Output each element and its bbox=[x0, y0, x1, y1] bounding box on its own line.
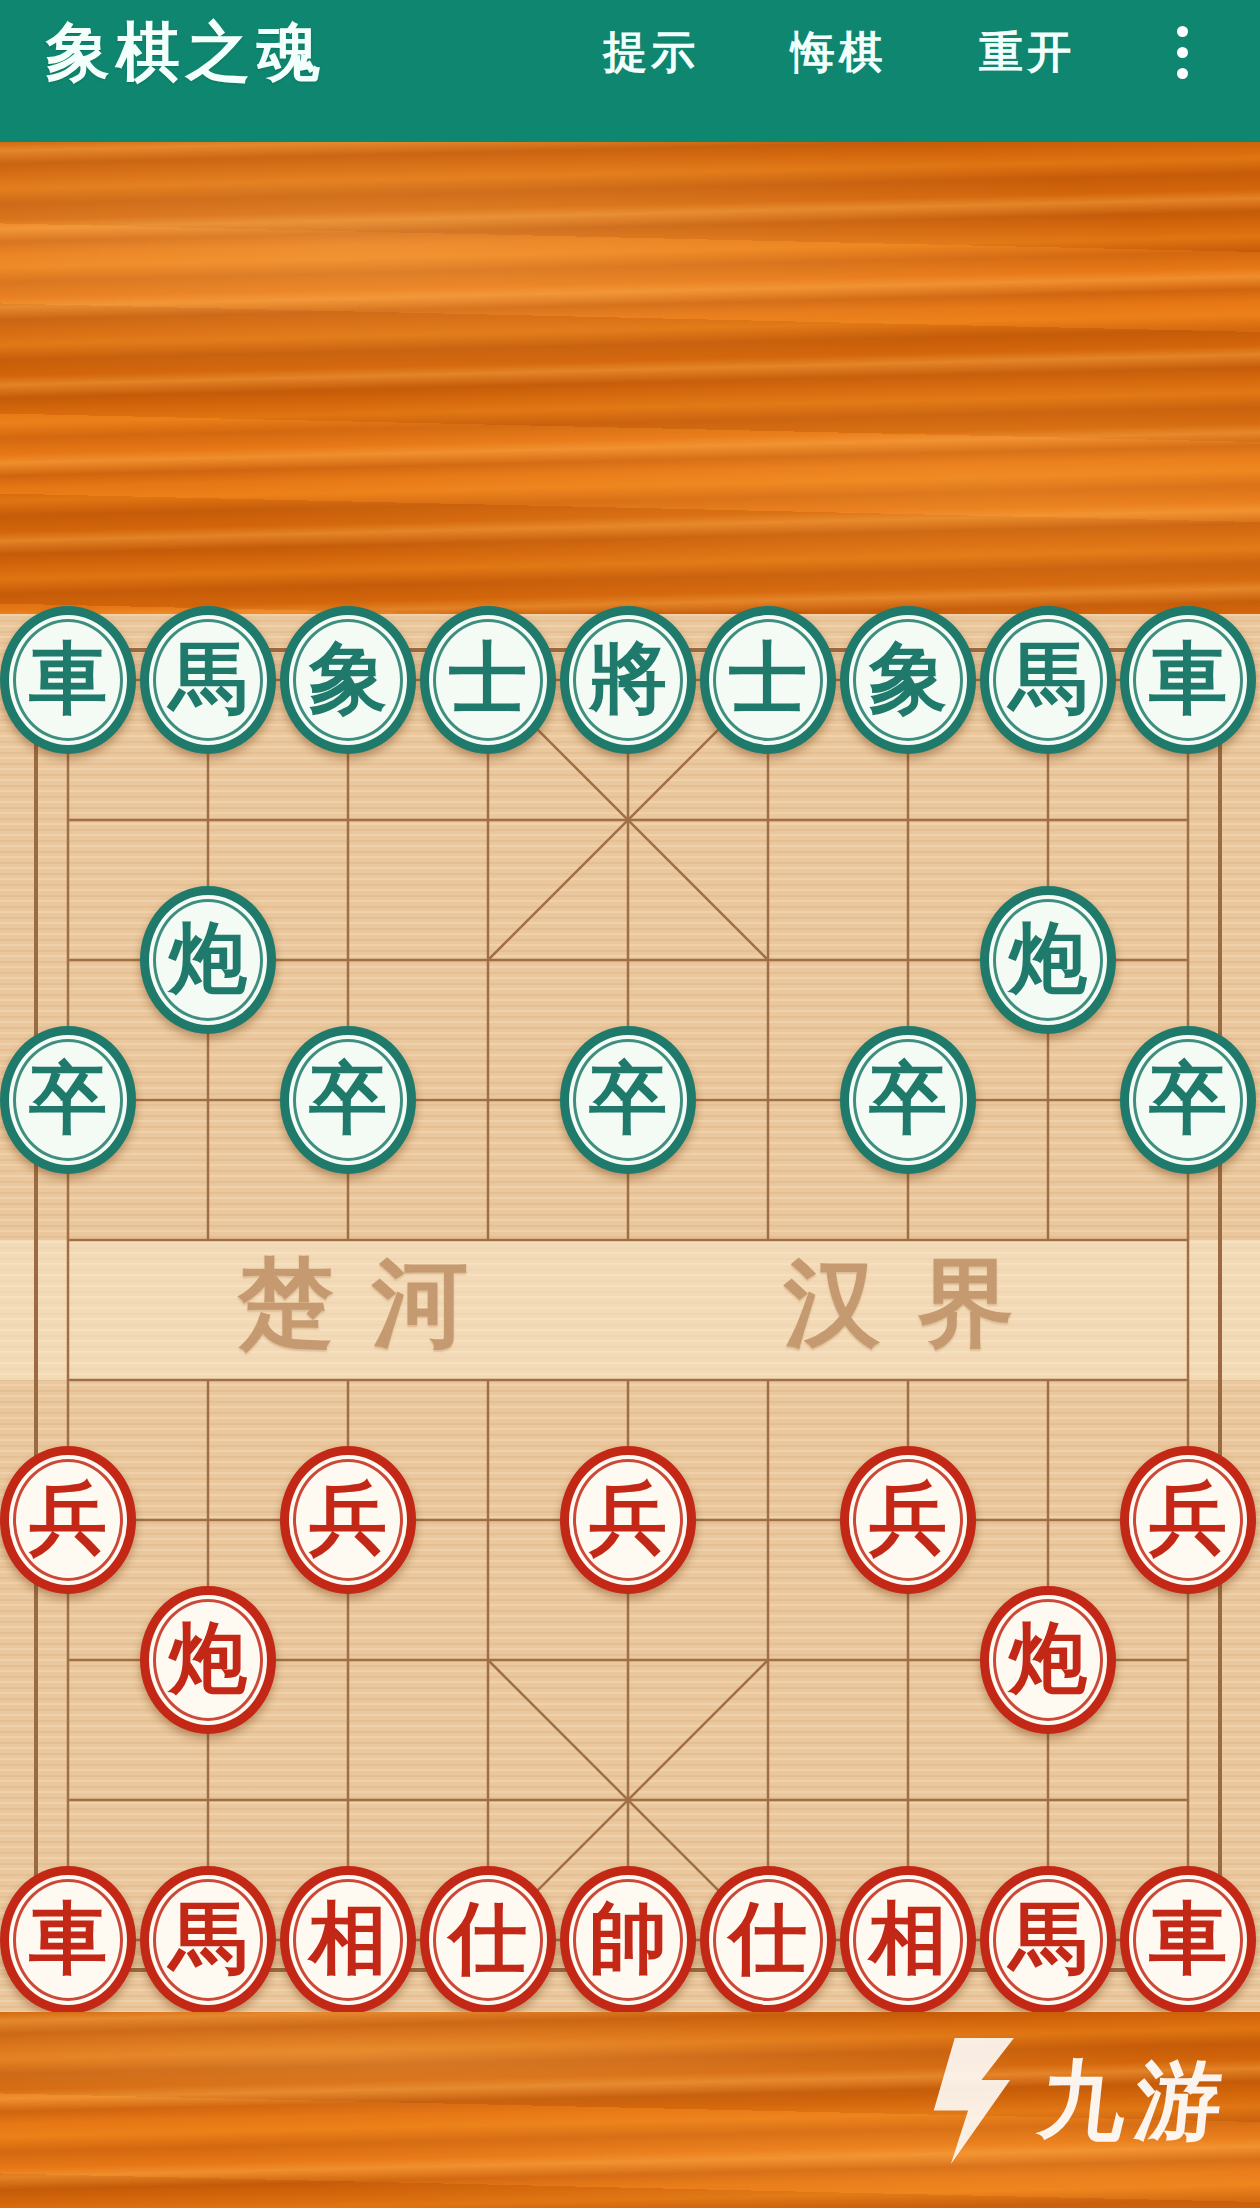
piece-glyph: 兵 bbox=[309, 1479, 387, 1557]
piece-glyph: 車 bbox=[1149, 639, 1227, 717]
piece-red-elephant[interactable]: 相 bbox=[280, 1866, 416, 2014]
piece-glyph: 炮 bbox=[1009, 919, 1087, 997]
piece-red-rook[interactable]: 車 bbox=[0, 1866, 136, 2014]
piece-glyph: 炮 bbox=[169, 919, 247, 997]
hint-button[interactable]: 提示 bbox=[603, 23, 699, 82]
watermark-text: 九游 bbox=[1034, 2043, 1238, 2160]
piece-glyph: 馬 bbox=[169, 1899, 247, 1977]
piece-glyph: 相 bbox=[309, 1899, 387, 1977]
piece-red-rook[interactable]: 車 bbox=[1120, 1866, 1256, 2014]
piece-black-advisor[interactable]: 士 bbox=[420, 606, 556, 754]
piece-black-soldier[interactable]: 卒 bbox=[1120, 1026, 1256, 1174]
piece-black-elephant[interactable]: 象 bbox=[280, 606, 416, 754]
piece-black-cannon[interactable]: 炮 bbox=[140, 886, 276, 1034]
header-actions: 提示 悔棋 重开 bbox=[603, 20, 1198, 85]
app-title: 象棋之魂 bbox=[46, 9, 326, 96]
piece-black-rook[interactable]: 車 bbox=[1120, 606, 1256, 754]
platform-watermark: 九游 bbox=[922, 2038, 1232, 2164]
piece-red-horse[interactable]: 馬 bbox=[140, 1866, 276, 2014]
board-grid-lines bbox=[0, 614, 1260, 2012]
piece-glyph: 仕 bbox=[729, 1899, 807, 1977]
piece-black-rook[interactable]: 車 bbox=[0, 606, 136, 754]
piece-glyph: 馬 bbox=[1009, 639, 1087, 717]
xiangqi-board[interactable]: 楚河 汉界 車馬象士將士象馬車炮炮卒卒卒卒卒兵兵兵兵兵炮炮車馬相仕帥仕相馬車 bbox=[0, 614, 1260, 2012]
wood-background-top bbox=[0, 142, 1260, 614]
piece-red-advisor[interactable]: 仕 bbox=[420, 1866, 556, 2014]
kebab-menu-icon[interactable] bbox=[1167, 20, 1198, 85]
piece-red-soldier[interactable]: 兵 bbox=[1120, 1446, 1256, 1594]
piece-glyph: 兵 bbox=[589, 1479, 667, 1557]
piece-red-soldier[interactable]: 兵 bbox=[840, 1446, 976, 1594]
piece-red-cannon[interactable]: 炮 bbox=[980, 1586, 1116, 1734]
piece-glyph: 卒 bbox=[309, 1059, 387, 1137]
piece-black-cannon[interactable]: 炮 bbox=[980, 886, 1116, 1034]
piece-glyph: 仕 bbox=[449, 1899, 527, 1977]
piece-black-advisor[interactable]: 士 bbox=[700, 606, 836, 754]
piece-black-horse[interactable]: 馬 bbox=[980, 606, 1116, 754]
piece-glyph: 馬 bbox=[1009, 1899, 1087, 1977]
piece-glyph: 象 bbox=[869, 639, 947, 717]
piece-red-soldier[interactable]: 兵 bbox=[0, 1446, 136, 1594]
piece-glyph: 卒 bbox=[869, 1059, 947, 1137]
app-header: 象棋之魂 提示 悔棋 重开 bbox=[0, 0, 1260, 142]
piece-red-horse[interactable]: 馬 bbox=[980, 1866, 1116, 2014]
piece-black-soldier[interactable]: 卒 bbox=[560, 1026, 696, 1174]
piece-glyph: 馬 bbox=[169, 639, 247, 717]
piece-glyph: 士 bbox=[449, 639, 527, 717]
piece-glyph: 炮 bbox=[1009, 1619, 1087, 1697]
piece-black-soldier[interactable]: 卒 bbox=[0, 1026, 136, 1174]
piece-black-soldier[interactable]: 卒 bbox=[280, 1026, 416, 1174]
piece-glyph: 炮 bbox=[169, 1619, 247, 1697]
piece-glyph: 兵 bbox=[1149, 1479, 1227, 1557]
piece-glyph: 相 bbox=[869, 1899, 947, 1977]
jiuyou-lightning-logo-icon bbox=[922, 2038, 1018, 2164]
piece-red-soldier[interactable]: 兵 bbox=[560, 1446, 696, 1594]
piece-red-general[interactable]: 帥 bbox=[560, 1866, 696, 2014]
piece-black-soldier[interactable]: 卒 bbox=[840, 1026, 976, 1174]
piece-black-horse[interactable]: 馬 bbox=[140, 606, 276, 754]
piece-red-soldier[interactable]: 兵 bbox=[280, 1446, 416, 1594]
piece-glyph: 卒 bbox=[589, 1059, 667, 1137]
piece-glyph: 兵 bbox=[869, 1479, 947, 1557]
piece-glyph: 車 bbox=[1149, 1899, 1227, 1977]
piece-glyph: 車 bbox=[29, 639, 107, 717]
piece-black-elephant[interactable]: 象 bbox=[840, 606, 976, 754]
piece-glyph: 士 bbox=[729, 639, 807, 717]
piece-red-cannon[interactable]: 炮 bbox=[140, 1586, 276, 1734]
piece-glyph: 兵 bbox=[29, 1479, 107, 1557]
piece-red-advisor[interactable]: 仕 bbox=[700, 1866, 836, 2014]
piece-glyph: 將 bbox=[589, 639, 667, 717]
piece-glyph: 卒 bbox=[1149, 1059, 1227, 1137]
undo-move-button[interactable]: 悔棋 bbox=[791, 23, 887, 82]
piece-red-elephant[interactable]: 相 bbox=[840, 1866, 976, 2014]
piece-glyph: 卒 bbox=[29, 1059, 107, 1137]
xiangqi-app-screen: 象棋之魂 提示 悔棋 重开 楚河 汉界 車馬象士將士象馬車炮炮卒卒卒卒卒兵兵兵兵… bbox=[0, 0, 1260, 2208]
piece-glyph: 帥 bbox=[589, 1899, 667, 1977]
piece-black-general[interactable]: 將 bbox=[560, 606, 696, 754]
piece-glyph: 車 bbox=[29, 1899, 107, 1977]
restart-button[interactable]: 重开 bbox=[979, 23, 1075, 82]
piece-glyph: 象 bbox=[309, 639, 387, 717]
